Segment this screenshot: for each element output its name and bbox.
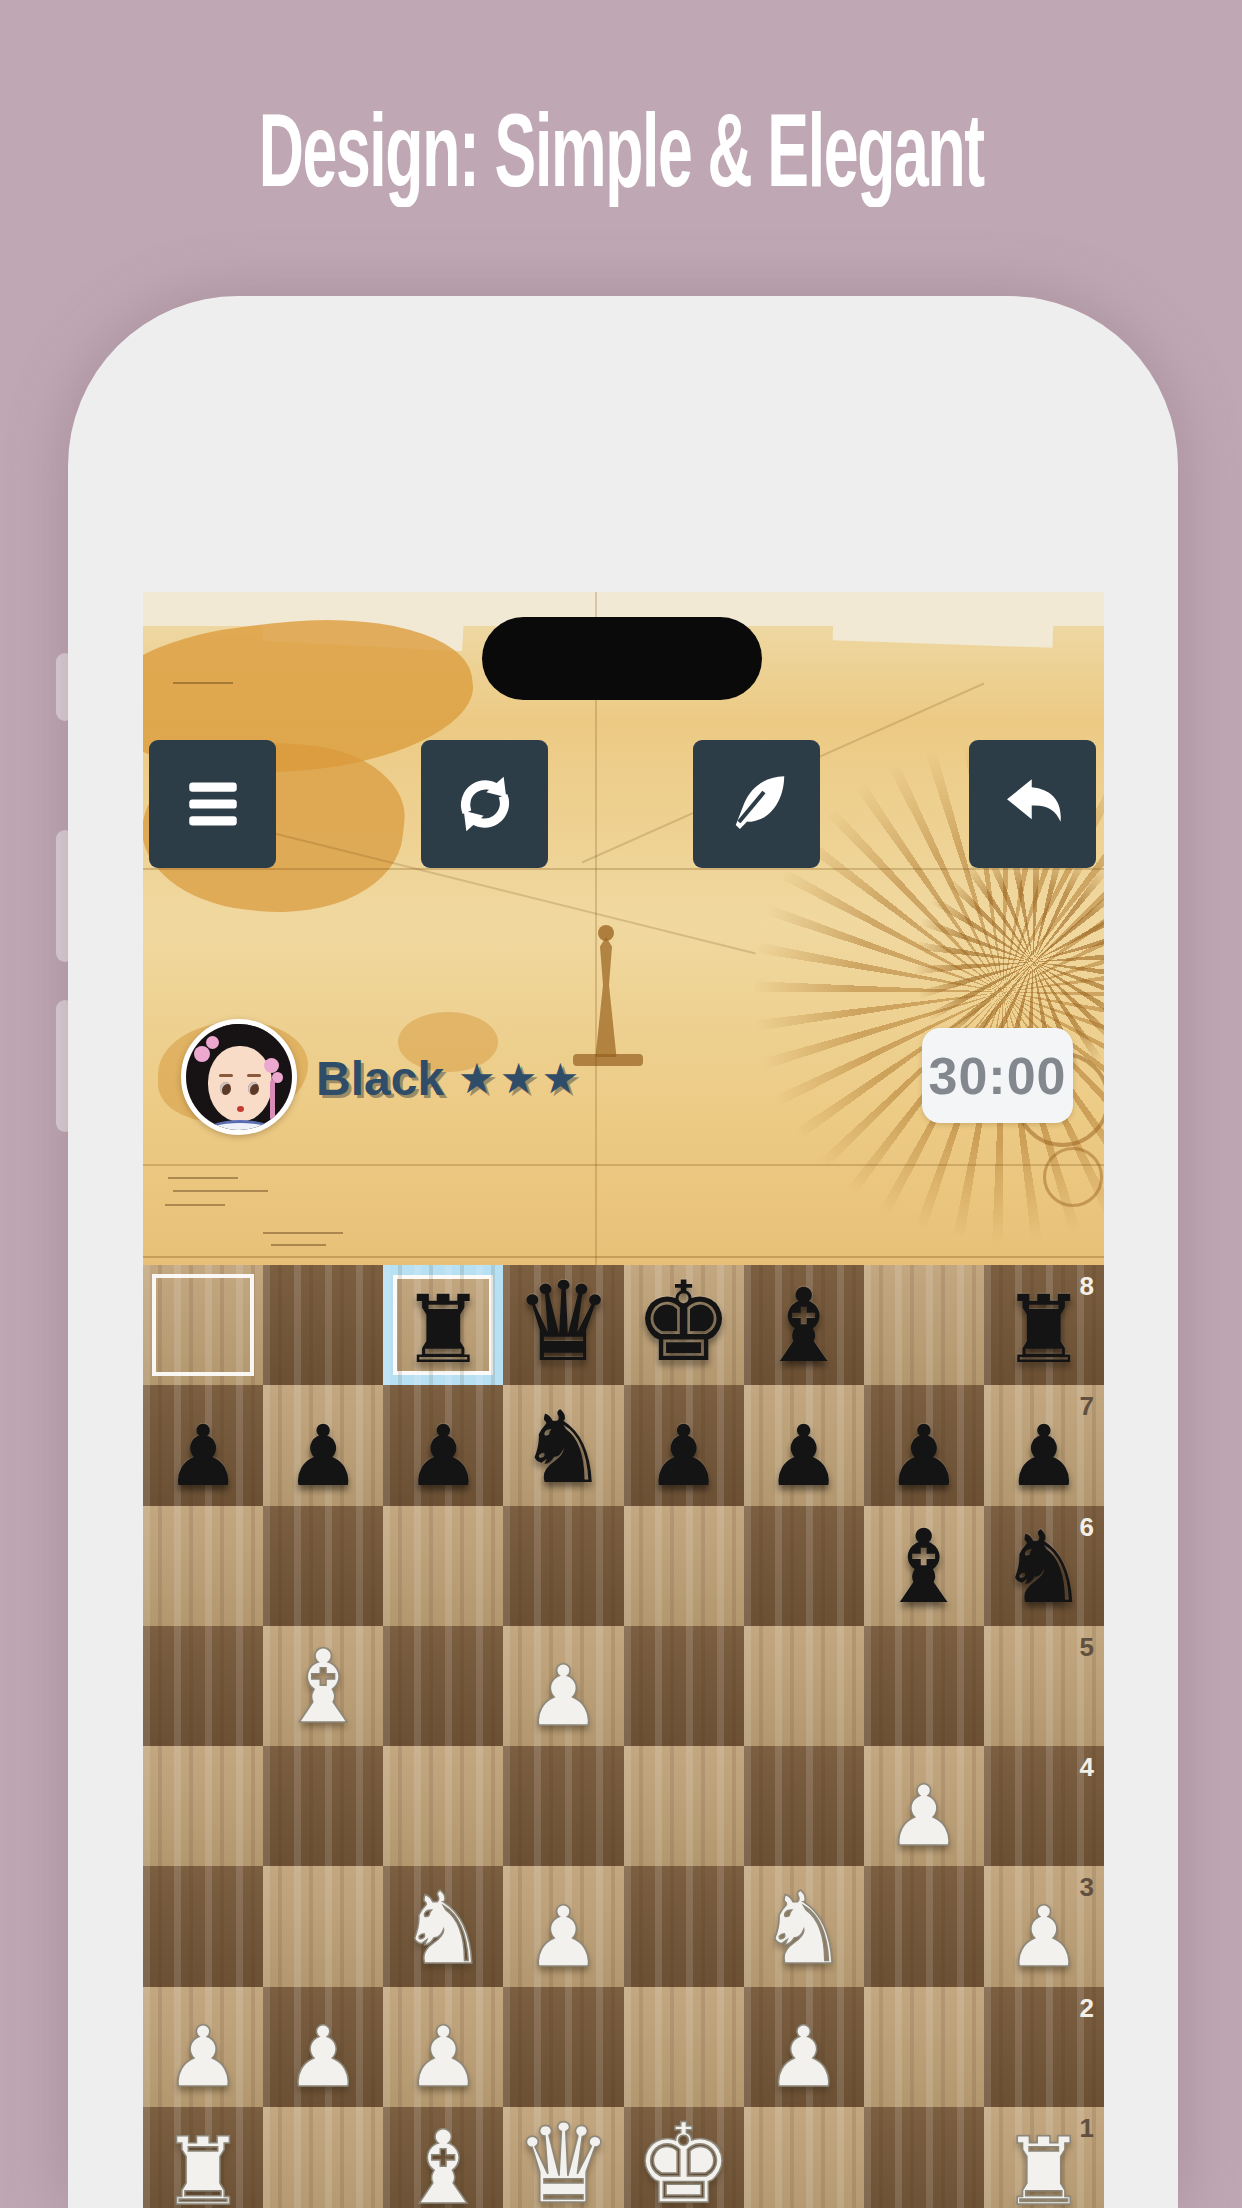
square-c4[interactable]: [383, 1746, 503, 1866]
chess-board: ♜♛♚♝♜8♟♟♟♞♟♟♟♟7♝♞6♝♟5♟4♞♟♞♟3♟♟♟♟2♜♝♛♚♜1: [143, 1265, 1104, 2208]
square-d7[interactable]: ♞: [503, 1385, 623, 1505]
square-a2[interactable]: ♟: [143, 1987, 263, 2107]
square-h7[interactable]: ♟7: [984, 1385, 1104, 1505]
map-writing: [168, 1177, 238, 1179]
player-rating-stars: ★★★: [458, 1054, 583, 1103]
square-e5[interactable]: [624, 1626, 744, 1746]
map-astrolabe: [1043, 1147, 1103, 1207]
square-e1[interactable]: ♚: [624, 2107, 744, 2208]
map-grid-line: [143, 1164, 1104, 1166]
player-name-label: Black: [316, 1051, 444, 1106]
black-king: ♚: [624, 1267, 744, 1377]
square-d3[interactable]: ♟: [503, 1866, 623, 1986]
black-knight: ♞: [503, 1398, 623, 1498]
refresh-button[interactable]: [421, 740, 548, 868]
square-c1[interactable]: ♝: [383, 2107, 503, 2208]
white-knight: ♞: [383, 1879, 503, 1979]
square-g1[interactable]: [864, 2107, 984, 2208]
white-king: ♚: [624, 2109, 744, 2208]
square-f2[interactable]: ♟: [744, 1987, 864, 2107]
square-a7[interactable]: ♟: [143, 1385, 263, 1505]
map-statue: [573, 1054, 643, 1066]
square-g5[interactable]: [864, 1626, 984, 1746]
square-a5[interactable]: [143, 1626, 263, 1746]
square-c5[interactable]: [383, 1626, 503, 1746]
white-rook: ♜: [143, 2125, 263, 2208]
white-pawn: ♟: [383, 2015, 503, 2099]
square-e2[interactable]: [624, 1987, 744, 2107]
square-h2[interactable]: 2: [984, 1987, 1104, 2107]
black-queen: ♛: [503, 1267, 623, 1377]
white-pawn: ♟: [503, 1654, 623, 1738]
black-rook: ♜: [383, 1283, 503, 1377]
square-e7[interactable]: ♟: [624, 1385, 744, 1505]
map-writing: [263, 1232, 343, 1234]
square-g7[interactable]: ♟: [864, 1385, 984, 1505]
rank-label-1: 1: [1080, 2113, 1094, 2144]
banner: Design: Simple & Elegant: [0, 96, 1242, 216]
black-bishop: ♝: [744, 1275, 864, 1377]
map-torn-edge: [262, 613, 463, 651]
square-h8[interactable]: ♜8: [984, 1265, 1104, 1385]
game-clock: 30:00: [922, 1028, 1073, 1123]
white-pawn: ♟: [263, 2015, 383, 2099]
square-g6[interactable]: ♝: [864, 1506, 984, 1626]
square-c7[interactable]: ♟: [383, 1385, 503, 1505]
rank-label-8: 8: [1080, 1271, 1094, 1302]
refresh-icon: [447, 766, 523, 842]
map-writing: [173, 682, 233, 684]
white-pawn: ♟: [864, 1774, 984, 1858]
square-a4[interactable]: [143, 1746, 263, 1866]
rank-label-5: 5: [1080, 1632, 1094, 1663]
white-pawn: ♟: [984, 1895, 1104, 1979]
black-pawn: ♟: [984, 1414, 1104, 1498]
white-pawn: ♟: [744, 2015, 864, 2099]
white-knight: ♞: [744, 1879, 864, 1979]
square-f8[interactable]: ♝: [744, 1265, 864, 1385]
square-f6[interactable]: [744, 1506, 864, 1626]
black-pawn: ♟: [383, 1414, 503, 1498]
square-d4[interactable]: [503, 1746, 623, 1866]
avatar: [181, 1019, 297, 1135]
square-c2[interactable]: ♟: [383, 1987, 503, 2107]
map-statue: [598, 925, 614, 941]
white-bishop: ♝: [263, 1636, 383, 1738]
rank-label-2: 2: [1080, 1993, 1094, 2024]
undo-button[interactable]: [969, 740, 1096, 868]
square-h6[interactable]: ♞6: [984, 1506, 1104, 1626]
map-torn-edge: [833, 614, 1054, 648]
menu-button[interactable]: [149, 740, 276, 868]
square-e4[interactable]: [624, 1746, 744, 1866]
avatar-flower: [264, 1058, 279, 1073]
square-f5[interactable]: [744, 1626, 864, 1746]
quill-icon: [719, 766, 795, 842]
avatar-bead-strand: [270, 1080, 275, 1120]
square-b2[interactable]: ♟: [263, 1987, 383, 2107]
rank-label-6: 6: [1080, 1512, 1094, 1543]
game-clock-value: 30:00: [929, 1046, 1067, 1106]
white-bishop: ♝: [383, 2117, 503, 2208]
square-h5[interactable]: 5: [984, 1626, 1104, 1746]
square-f7[interactable]: ♟: [744, 1385, 864, 1505]
app-screen: Black ★★★ 30:00 ♜♛♚♝♜8♟♟♟♞♟♟♟♟7♝♞6♝♟5♟4♞…: [143, 592, 1104, 2208]
white-pawn: ♟: [143, 2015, 263, 2099]
notch: [482, 617, 762, 700]
square-f3[interactable]: ♞: [744, 1866, 864, 1986]
square-h3[interactable]: ♟3: [984, 1866, 1104, 1986]
rank-label-7: 7: [1080, 1391, 1094, 1422]
square-b8[interactable]: [263, 1265, 383, 1385]
square-d5[interactable]: ♟: [503, 1626, 623, 1746]
square-c6[interactable]: [383, 1506, 503, 1626]
avatar-face: [208, 1046, 272, 1122]
square-f1[interactable]: [744, 2107, 864, 2208]
avatar-flower: [206, 1036, 219, 1049]
square-e6[interactable]: [624, 1506, 744, 1626]
square-g3[interactable]: [864, 1866, 984, 1986]
square-g8[interactable]: [864, 1265, 984, 1385]
black-pawn: ♟: [744, 1414, 864, 1498]
rank-label-3: 3: [1080, 1872, 1094, 1903]
square-a1[interactable]: ♜: [143, 2107, 263, 2208]
black-pawn: ♟: [143, 1414, 263, 1498]
square-b4[interactable]: [263, 1746, 383, 1866]
black-bishop: ♝: [864, 1516, 984, 1618]
square-b3[interactable]: [263, 1866, 383, 1986]
square-h1[interactable]: ♜1: [984, 2107, 1104, 2208]
black-pawn: ♟: [263, 1414, 383, 1498]
square-a8[interactable]: [143, 1265, 263, 1385]
square-e8[interactable]: ♚: [624, 1265, 744, 1385]
map-writing: [173, 1190, 268, 1192]
square-a3[interactable]: [143, 1866, 263, 1986]
rank-label-4: 4: [1080, 1752, 1094, 1783]
square-h4[interactable]: 4: [984, 1746, 1104, 1866]
square-f4[interactable]: [744, 1746, 864, 1866]
map-writing: [165, 1204, 225, 1206]
hamburger-menu-icon: [175, 766, 251, 842]
quill-button[interactable]: [693, 740, 820, 868]
map-statue: [591, 937, 621, 1057]
undo-arrow-icon: [995, 766, 1071, 842]
page-title: Design: Simple & Elegant: [258, 96, 983, 204]
black-pawn: ♟: [864, 1414, 984, 1498]
square-b1[interactable]: [263, 2107, 383, 2208]
square-e3[interactable]: [624, 1866, 744, 1986]
square-d6[interactable]: [503, 1506, 623, 1626]
square-g4[interactable]: ♟: [864, 1746, 984, 1866]
square-b5[interactable]: ♝: [263, 1626, 383, 1746]
avatar-flower: [194, 1046, 210, 1062]
square-c8[interactable]: ♜: [383, 1265, 503, 1385]
square-b7[interactable]: ♟: [263, 1385, 383, 1505]
square-c3[interactable]: ♞: [383, 1866, 503, 1986]
white-queen: ♛: [503, 2109, 623, 2208]
square-d2[interactable]: [503, 1987, 623, 2107]
square-a6[interactable]: [143, 1506, 263, 1626]
map-grid-line: [143, 868, 1104, 870]
square-g2[interactable]: [864, 1987, 984, 2107]
map-grid-line: [143, 1256, 1104, 1258]
square-d1[interactable]: ♛: [503, 2107, 623, 2208]
map-writing: [271, 1244, 326, 1246]
white-pawn: ♟: [503, 1895, 623, 1979]
black-pawn: ♟: [624, 1414, 744, 1498]
square-b6[interactable]: [263, 1506, 383, 1626]
square-d8[interactable]: ♛: [503, 1265, 623, 1385]
player-name: Black ★★★: [316, 1047, 583, 1109]
